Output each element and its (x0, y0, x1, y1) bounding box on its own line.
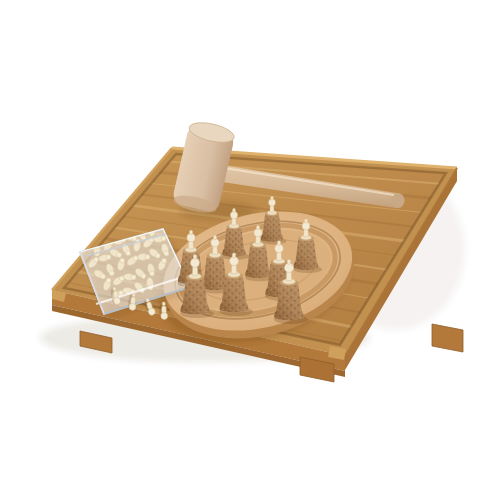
product-photo-cork-hammer-game (0, 0, 500, 500)
wooden-pin (137, 253, 150, 260)
scene (0, 0, 500, 500)
tray-foot-right (432, 324, 463, 352)
